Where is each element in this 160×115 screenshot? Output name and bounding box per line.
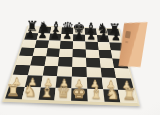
piece-white-knight[interactable]: ♞ xyxy=(23,83,38,99)
square-d7[interactable]: ♟ xyxy=(61,34,73,41)
square-c1[interactable]: ♝ xyxy=(38,87,56,100)
square-d4[interactable] xyxy=(58,57,72,67)
piece-white-rook[interactable]: ♜ xyxy=(122,87,137,103)
piece-black-pawn[interactable]: ♟ xyxy=(62,30,72,41)
square-e4[interactable] xyxy=(72,57,86,67)
square-c7[interactable]: ♟ xyxy=(49,33,62,40)
square-g7[interactable]: ♟ xyxy=(97,35,110,42)
piece-black-pawn[interactable]: ♟ xyxy=(25,29,35,40)
piece-black-pawn[interactable]: ♟ xyxy=(38,29,48,40)
maker-stamp-icon xyxy=(125,31,131,39)
square-f4[interactable] xyxy=(86,58,100,68)
square-h1[interactable]: ♜ xyxy=(118,89,137,102)
piece-white-queen[interactable]: ♛ xyxy=(56,84,71,100)
square-e7[interactable]: ♟ xyxy=(73,34,85,41)
piece-white-bishop[interactable]: ♝ xyxy=(39,84,54,100)
piece-white-king[interactable]: ♚ xyxy=(72,85,87,101)
photo-scene: ♜♞♝♛♚♝♞♜♟♟♟♟♟♟♟♟♟♟♟♟♟♟♟♟♜♞♝♛♚♝♞♜ xyxy=(0,0,160,115)
square-c4[interactable] xyxy=(44,56,59,66)
square-f7[interactable]: ♟ xyxy=(85,35,97,42)
square-f3[interactable] xyxy=(86,67,101,78)
square-d3[interactable] xyxy=(57,66,72,77)
square-f1[interactable]: ♝ xyxy=(87,88,104,101)
square-h7[interactable]: ♟ xyxy=(108,35,121,42)
piece-black-pawn[interactable]: ♟ xyxy=(50,30,60,41)
wooden-storage-box xyxy=(117,18,147,69)
piece-white-knight[interactable]: ♞ xyxy=(105,86,120,102)
piece-white-bishop[interactable]: ♝ xyxy=(89,85,104,101)
square-c3[interactable] xyxy=(42,66,58,77)
square-d1[interactable]: ♛ xyxy=(55,88,72,101)
maker-stamp-mark-icon xyxy=(125,41,128,43)
piece-black-pawn[interactable]: ♟ xyxy=(74,30,84,41)
piece-black-pawn[interactable]: ♟ xyxy=(86,31,96,42)
piece-white-rook[interactable]: ♜ xyxy=(6,83,21,99)
square-e3[interactable] xyxy=(72,66,87,77)
square-g1[interactable]: ♞ xyxy=(103,89,121,102)
piece-black-pawn[interactable]: ♟ xyxy=(99,31,109,42)
square-h3[interactable] xyxy=(114,68,131,79)
square-e1[interactable]: ♚ xyxy=(71,88,88,101)
piece-black-pawn[interactable]: ♟ xyxy=(111,31,121,42)
